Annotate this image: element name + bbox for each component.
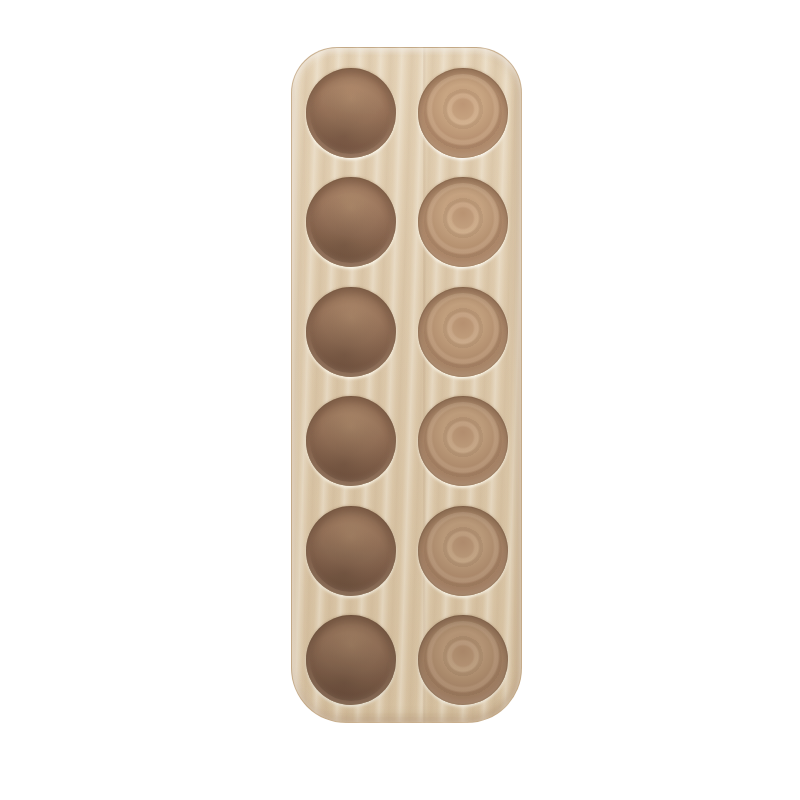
pit-left-row3[interactable] <box>306 287 396 377</box>
pit-left-row4[interactable] <box>306 396 396 486</box>
pit-left-row5[interactable] <box>306 506 396 596</box>
pit-left-row2[interactable] <box>306 177 396 267</box>
pit-right-row5[interactable] <box>418 506 508 596</box>
pit-left-row1[interactable] <box>306 68 396 158</box>
pit-right-row3[interactable] <box>418 287 508 377</box>
pit-right-row4[interactable] <box>418 396 508 486</box>
mancala-board <box>291 47 522 723</box>
pit-right-row6[interactable] <box>418 615 508 705</box>
pit-right-row1[interactable] <box>418 68 508 158</box>
pit-grid <box>292 48 521 722</box>
product-photo-background <box>0 0 800 800</box>
pit-right-row2[interactable] <box>418 177 508 267</box>
pit-left-row6[interactable] <box>306 615 396 705</box>
